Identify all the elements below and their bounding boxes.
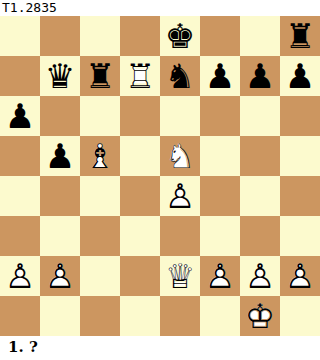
square-g8[interactable] — [240, 16, 280, 56]
square-a2[interactable]: ♟♙ — [0, 256, 40, 296]
square-f5[interactable] — [200, 136, 240, 176]
white-knight: ♘ — [160, 136, 200, 176]
black-pawn: ♟ — [0, 96, 40, 136]
white-pawn-fill: ♟ — [160, 176, 200, 216]
white-pawn: ♙ — [0, 256, 40, 296]
square-f7[interactable]: ♟ — [200, 56, 240, 96]
white-pawn-fill: ♟ — [280, 256, 320, 296]
black-king: ♚ — [160, 16, 200, 56]
black-pawn: ♟ — [240, 56, 280, 96]
white-queen: ♕ — [160, 256, 200, 296]
white-pawn: ♙ — [160, 176, 200, 216]
white-pawn: ♙ — [40, 256, 80, 296]
square-d8[interactable] — [120, 16, 160, 56]
square-d6[interactable] — [120, 96, 160, 136]
square-c8[interactable] — [80, 16, 120, 56]
square-b8[interactable] — [40, 16, 80, 56]
square-a4[interactable] — [0, 176, 40, 216]
square-g5[interactable] — [240, 136, 280, 176]
square-c6[interactable] — [80, 96, 120, 136]
white-rook: ♖ — [120, 56, 160, 96]
square-f8[interactable] — [200, 16, 240, 56]
square-h6[interactable] — [280, 96, 320, 136]
square-b3[interactable] — [40, 216, 80, 256]
square-b1[interactable] — [40, 296, 80, 336]
square-a1[interactable] — [0, 296, 40, 336]
square-g2[interactable]: ♟♙ — [240, 256, 280, 296]
square-g7[interactable]: ♟ — [240, 56, 280, 96]
white-pawn: ♙ — [280, 256, 320, 296]
square-c4[interactable] — [80, 176, 120, 216]
puzzle-id: T1.2835 — [2, 0, 57, 16]
square-f6[interactable] — [200, 96, 240, 136]
white-pawn-fill: ♟ — [0, 256, 40, 296]
black-rook: ♜ — [80, 56, 120, 96]
square-h2[interactable]: ♟♙ — [280, 256, 320, 296]
white-pawn-fill: ♟ — [240, 256, 280, 296]
white-bishop-fill: ♝ — [80, 136, 120, 176]
white-knight-fill: ♞ — [160, 136, 200, 176]
square-f3[interactable] — [200, 216, 240, 256]
square-f4[interactable] — [200, 176, 240, 216]
white-king-fill: ♚ — [240, 296, 280, 336]
square-d5[interactable] — [120, 136, 160, 176]
square-a6[interactable]: ♟ — [0, 96, 40, 136]
square-g6[interactable] — [240, 96, 280, 136]
square-g4[interactable] — [240, 176, 280, 216]
square-e3[interactable] — [160, 216, 200, 256]
square-h7[interactable]: ♟ — [280, 56, 320, 96]
square-c3[interactable] — [80, 216, 120, 256]
square-e7[interactable]: ♞ — [160, 56, 200, 96]
square-f2[interactable]: ♟♙ — [200, 256, 240, 296]
square-d1[interactable] — [120, 296, 160, 336]
white-rook-fill: ♜ — [120, 56, 160, 96]
square-b7[interactable]: ♛ — [40, 56, 80, 96]
square-b4[interactable] — [40, 176, 80, 216]
white-king: ♔ — [240, 296, 280, 336]
square-d2[interactable] — [120, 256, 160, 296]
move-prompt: 1. ? — [8, 338, 38, 356]
square-e2[interactable]: ♛♕ — [160, 256, 200, 296]
square-d3[interactable] — [120, 216, 160, 256]
square-a8[interactable] — [0, 16, 40, 56]
square-e4[interactable]: ♟♙ — [160, 176, 200, 216]
square-a5[interactable] — [0, 136, 40, 176]
square-h1[interactable] — [280, 296, 320, 336]
black-pawn: ♟ — [40, 136, 80, 176]
square-a7[interactable] — [0, 56, 40, 96]
white-pawn: ♙ — [200, 256, 240, 296]
square-h4[interactable] — [280, 176, 320, 216]
square-e1[interactable] — [160, 296, 200, 336]
square-g1[interactable]: ♚♔ — [240, 296, 280, 336]
square-h8[interactable]: ♜ — [280, 16, 320, 56]
square-a3[interactable] — [0, 216, 40, 256]
black-queen: ♛ — [40, 56, 80, 96]
black-pawn: ♟ — [280, 56, 320, 96]
white-pawn-fill: ♟ — [40, 256, 80, 296]
square-b2[interactable]: ♟♙ — [40, 256, 80, 296]
square-e6[interactable] — [160, 96, 200, 136]
square-c2[interactable] — [80, 256, 120, 296]
square-e5[interactable]: ♞♘ — [160, 136, 200, 176]
square-e8[interactable]: ♚ — [160, 16, 200, 56]
square-h5[interactable] — [280, 136, 320, 176]
square-c7[interactable]: ♜ — [80, 56, 120, 96]
square-h3[interactable] — [280, 216, 320, 256]
square-b6[interactable] — [40, 96, 80, 136]
square-d7[interactable]: ♜♖ — [120, 56, 160, 96]
chess-puzzle-window: T1.2835 ♚♜♛♜♜♖♞♟♟♟♟♟♝♗♞♘♟♙♟♙♟♙♛♕♟♙♟♙♟♙♚♔… — [0, 0, 320, 360]
black-knight: ♞ — [160, 56, 200, 96]
square-f1[interactable] — [200, 296, 240, 336]
square-d4[interactable] — [120, 176, 160, 216]
square-g3[interactable] — [240, 216, 280, 256]
white-pawn-fill: ♟ — [200, 256, 240, 296]
black-rook: ♜ — [280, 16, 320, 56]
square-c1[interactable] — [80, 296, 120, 336]
white-pawn: ♙ — [240, 256, 280, 296]
white-bishop: ♗ — [80, 136, 120, 176]
square-c5[interactable]: ♝♗ — [80, 136, 120, 176]
white-queen-fill: ♛ — [160, 256, 200, 296]
square-b5[interactable]: ♟ — [40, 136, 80, 176]
black-pawn: ♟ — [200, 56, 240, 96]
chess-board: ♚♜♛♜♜♖♞♟♟♟♟♟♝♗♞♘♟♙♟♙♟♙♛♕♟♙♟♙♟♙♚♔ — [0, 16, 320, 336]
